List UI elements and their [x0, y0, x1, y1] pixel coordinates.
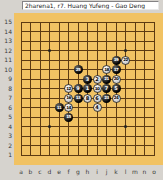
- stone-white-10-i8[interactable]: 10: [93, 84, 102, 93]
- move-number: 6: [95, 96, 98, 101]
- move-number: 18: [104, 68, 109, 72]
- stone-black-13-g7[interactable]: 13: [74, 94, 83, 103]
- move-number: 22: [123, 58, 128, 62]
- stones-grid: 1234567891011121314151617181920212223242…: [16, 17, 159, 160]
- stone-white-8-h7[interactable]: 8: [83, 94, 92, 103]
- move-number: 4: [95, 105, 98, 110]
- col-label-j: j: [102, 169, 111, 175]
- move-number: 7: [105, 86, 108, 91]
- col-label-i: i: [93, 169, 102, 175]
- move-number: 13: [76, 96, 81, 100]
- row-label-7: 7: [0, 95, 12, 101]
- move-number: 5: [114, 86, 117, 91]
- col-label-g: g: [74, 169, 83, 175]
- stone-white-6-i7[interactable]: 6: [93, 94, 102, 103]
- move-number: 2: [95, 77, 98, 82]
- col-label-e: e: [55, 169, 64, 175]
- stone-black-7-j8[interactable]: 7: [102, 84, 111, 93]
- stone-black-25-g10[interactable]: 25: [74, 65, 83, 74]
- stone-white-16-f7[interactable]: 16: [64, 94, 73, 103]
- col-label-d: d: [45, 169, 54, 175]
- stone-white-14-f6[interactable]: 14: [64, 103, 73, 112]
- stone-white-4-i6[interactable]: 4: [93, 103, 102, 112]
- row-label-12: 12: [0, 48, 12, 54]
- col-label-a: a: [17, 169, 26, 175]
- move-number: 21: [104, 77, 109, 81]
- row-label-1: 1: [0, 152, 12, 158]
- stone-black-23-j7[interactable]: 23: [102, 94, 111, 103]
- move-number: 10: [95, 87, 100, 91]
- row-label-14: 14: [0, 29, 12, 35]
- move-number: 17: [114, 68, 119, 72]
- row-label-11: 11: [0, 57, 12, 63]
- col-label-k: k: [112, 169, 121, 175]
- row-label-3: 3: [0, 133, 12, 139]
- star-point-l12: [124, 49, 127, 52]
- stone-white-12-f8[interactable]: 12: [64, 84, 73, 93]
- stone-black-3-h9[interactable]: 3: [83, 75, 92, 84]
- stone-black-11-e6[interactable]: 11: [55, 103, 64, 112]
- row-label-9: 9: [0, 76, 12, 82]
- col-label-b: b: [26, 169, 35, 175]
- star-point-l4: [124, 125, 127, 128]
- move-number: 12: [66, 87, 71, 91]
- move-number: 11: [57, 106, 62, 110]
- stone-white-24-k7[interactable]: 24: [112, 94, 121, 103]
- col-label-f: f: [64, 169, 73, 175]
- renju-board[interactable]: 1234567891011121314151617181920212223242…: [14, 13, 163, 165]
- move-number: 8: [86, 96, 89, 101]
- stone-black-15-f5[interactable]: 15: [64, 113, 73, 122]
- move-number: 24: [114, 96, 119, 100]
- game-title-field[interactable]: 2harena1, r7. Huang Yufeng - Gao Deng: [22, 1, 159, 10]
- stone-black-17-k10[interactable]: 17: [112, 65, 121, 74]
- row-label-13: 13: [0, 38, 12, 44]
- stone-black-19-k11[interactable]: 19: [112, 56, 121, 65]
- row-label-6: 6: [0, 105, 12, 111]
- col-label-c: c: [36, 169, 45, 175]
- col-label-o: o: [150, 169, 159, 175]
- star-point-d4: [48, 125, 51, 128]
- move-number: 20: [114, 77, 119, 81]
- col-label-h: h: [83, 169, 92, 175]
- col-label-n: n: [140, 169, 149, 175]
- row-label-5: 5: [0, 114, 12, 120]
- move-number: 14: [66, 106, 71, 110]
- stone-black-21-j9[interactable]: 21: [102, 75, 111, 84]
- row-label-15: 15: [0, 19, 12, 25]
- move-number: 19: [114, 58, 119, 62]
- row-label-2: 2: [0, 143, 12, 149]
- stone-white-18-j10[interactable]: 18: [102, 65, 111, 74]
- move-number: 1: [86, 86, 89, 91]
- stone-white-2-i9[interactable]: 2: [93, 75, 102, 84]
- col-label-m: m: [131, 169, 140, 175]
- move-number: 3: [86, 77, 89, 82]
- row-label-4: 4: [0, 124, 12, 130]
- move-number: 9: [76, 86, 79, 91]
- col-label-l: l: [121, 169, 130, 175]
- stone-white-22-l11[interactable]: 22: [121, 56, 130, 65]
- stone-white-20-k9[interactable]: 20: [112, 75, 121, 84]
- renju-viewer-window: 2harena1, r7. Huang Yufeng - Gao Deng 12…: [0, 0, 163, 180]
- move-number: 15: [66, 115, 71, 119]
- stone-black-1-h8[interactable]: 1: [83, 84, 92, 93]
- move-number: 16: [66, 96, 71, 100]
- row-label-10: 10: [0, 67, 12, 73]
- move-number: 25: [76, 68, 81, 72]
- star-point-d12: [48, 49, 51, 52]
- move-number: 23: [104, 96, 109, 100]
- stone-black-9-g8[interactable]: 9: [74, 84, 83, 93]
- row-label-8: 8: [0, 86, 12, 92]
- stone-black-5-k8[interactable]: 5: [112, 84, 121, 93]
